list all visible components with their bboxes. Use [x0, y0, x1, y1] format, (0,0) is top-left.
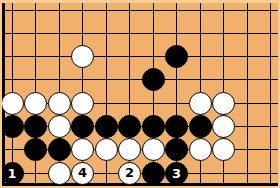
black-stone: [24, 138, 47, 161]
black-stone: [71, 115, 94, 138]
intersection-c3-r1[interactable]: [47, 0, 71, 22]
grid-line-v: [270, 115, 271, 138]
intersection-c8-r6[interactable]: [165, 115, 189, 138]
move-number: 3: [172, 166, 181, 181]
intersection-c4-r1[interactable]: [71, 0, 95, 22]
intersection-c5-r8[interactable]: [94, 162, 118, 185]
grid-line-v: [106, 68, 107, 91]
grid-line-v: [176, 0, 177, 22]
intersection-c5-r7[interactable]: [94, 138, 118, 161]
grid-line-v: [59, 45, 60, 68]
grid-line-v: [82, 22, 83, 45]
black-stone: [165, 115, 188, 138]
intersection-c11-r3[interactable]: [235, 45, 259, 68]
black-stone: [95, 115, 118, 138]
intersection-c8-r2[interactable]: [165, 22, 189, 45]
grid-line-v: [270, 22, 271, 45]
grid-line-v: [82, 0, 83, 22]
grid-line-v: [176, 22, 177, 45]
intersection-c5-r2[interactable]: [94, 22, 118, 45]
grid-line-v: [59, 68, 60, 91]
grid-line-v: [247, 92, 248, 115]
move-number: 4: [78, 165, 87, 180]
grid-line-v: [270, 138, 271, 161]
grid-line-v: [12, 138, 13, 161]
grid-line-v: [35, 68, 36, 91]
intersection-c7-r6[interactable]: [141, 115, 165, 138]
grid-line-v: [200, 22, 201, 45]
intersection-c12-r3[interactable]: [259, 45, 280, 68]
intersection-c10-r6[interactable]: [212, 115, 236, 138]
intersection-c3-r6[interactable]: [47, 115, 71, 138]
grid-line-v: [35, 0, 36, 22]
intersection-c10-r5[interactable]: [212, 92, 236, 115]
intersection-c12-r7[interactable]: [259, 138, 280, 161]
grid-line-v: [223, 0, 224, 22]
grid-line-v: [129, 22, 130, 45]
intersection-c6-r7[interactable]: [118, 138, 142, 161]
grid-line-v: [106, 92, 107, 115]
intersection-c5-r5[interactable]: [94, 92, 118, 115]
intersection-c7-r3[interactable]: [141, 45, 165, 68]
intersection-c7-r4[interactable]: [141, 68, 165, 91]
white-stone: [212, 138, 235, 161]
intersection-c7-r8[interactable]: [141, 162, 165, 185]
intersection-c2-r1[interactable]: [24, 0, 48, 22]
go-grid: 1423: [0, 0, 280, 185]
black-stone: [48, 138, 71, 161]
intersection-c3-r5[interactable]: [47, 92, 71, 115]
white-stone: [48, 162, 71, 185]
black-stone: [24, 115, 47, 138]
grid-line-v: [153, 45, 154, 68]
intersection-c9-r7[interactable]: [188, 138, 212, 161]
intersection-c1-r8[interactable]: 1: [0, 162, 24, 185]
grid-line-v: [247, 115, 248, 138]
intersection-c2-r7[interactable]: [24, 138, 48, 161]
intersection-c4-r2[interactable]: [71, 22, 95, 45]
grid-line-v: [153, 0, 154, 22]
intersection-c9-r3[interactable]: [188, 45, 212, 68]
grid-line-v: [200, 0, 201, 22]
black-stone: [142, 162, 165, 185]
grid-line-v: [270, 68, 271, 91]
intersection-c5-r6[interactable]: [94, 115, 118, 138]
black-stone: [189, 115, 212, 138]
grid-line-v: [129, 0, 130, 22]
grid-line-v: [12, 68, 13, 91]
intersection-c9-r2[interactable]: [188, 22, 212, 45]
grid-line-v: [247, 162, 248, 185]
intersection-c4-r3[interactable]: [71, 45, 95, 68]
white-stone: [24, 92, 47, 115]
intersection-c6-r8[interactable]: 2: [118, 162, 142, 185]
intersection-c12-r6[interactable]: [259, 115, 280, 138]
image-bevel-top: [0, 0, 280, 3]
white-stone: [189, 138, 212, 161]
intersection-c8-r5[interactable]: [165, 92, 189, 115]
intersection-c9-r5[interactable]: [188, 92, 212, 115]
image-bevel-bottom: [0, 186, 280, 188]
black-stone: [118, 115, 141, 138]
grid-line-v: [223, 22, 224, 45]
intersection-c12-r5[interactable]: [259, 92, 280, 115]
intersection-c4-r8[interactable]: 4: [71, 162, 95, 185]
intersection-c2-r2[interactable]: [24, 22, 48, 45]
white-stone-move-4: 4: [71, 162, 94, 185]
intersection-c11-r5[interactable]: [235, 92, 259, 115]
grid-line-v: [153, 22, 154, 45]
white-stone-move-2: 2: [118, 162, 141, 185]
intersection-c2-r3[interactable]: [24, 45, 48, 68]
white-stone: [142, 138, 165, 161]
intersection-c11-r6[interactable]: [235, 115, 259, 138]
grid-line-v: [223, 68, 224, 91]
intersection-c2-r4[interactable]: [24, 68, 48, 91]
move-number: 1: [7, 166, 16, 181]
grid-line-v: [223, 162, 224, 185]
white-stone: [95, 138, 118, 161]
intersection-c9-r1[interactable]: [188, 0, 212, 22]
intersection-c11-r1[interactable]: [235, 0, 259, 22]
intersection-c7-r2[interactable]: [141, 22, 165, 45]
intersection-c9-r8[interactable]: [188, 162, 212, 185]
grid-line-v: [200, 45, 201, 68]
intersection-c2-r5[interactable]: [24, 92, 48, 115]
white-stone: [212, 92, 235, 115]
grid-line-v: [247, 0, 248, 22]
grid-line-v: [129, 92, 130, 115]
intersection-c6-r4[interactable]: [118, 68, 142, 91]
grid-line-v: [35, 162, 36, 185]
intersection-c9-r4[interactable]: [188, 68, 212, 91]
black-stone: [142, 115, 165, 138]
black-stone: [1, 115, 24, 138]
black-stone-move-3: 3: [165, 162, 188, 185]
intersection-c4-r6[interactable]: [71, 115, 95, 138]
grid-line-v: [106, 22, 107, 45]
intersection-c12-r8[interactable]: [259, 162, 280, 185]
intersection-c7-r7[interactable]: [141, 138, 165, 161]
intersection-c4-r4[interactable]: [71, 68, 95, 91]
grid-line-v: [106, 162, 107, 185]
intersection-c11-r8[interactable]: [235, 162, 259, 185]
grid-line-v: [200, 68, 201, 91]
intersection-c3-r7[interactable]: [47, 138, 71, 161]
white-stone: [48, 115, 71, 138]
intersection-c1-r5[interactable]: [0, 92, 24, 115]
intersection-c6-r2[interactable]: [118, 22, 142, 45]
intersection-c5-r3[interactable]: [94, 45, 118, 68]
grid-line-v: [59, 0, 60, 22]
grid-line-v: [35, 22, 36, 45]
go-board-diagram: 1423: [0, 0, 280, 188]
intersection-c6-r1[interactable]: [118, 0, 142, 22]
grid-line-v: [247, 22, 248, 45]
intersection-c8-r4[interactable]: [165, 68, 189, 91]
intersection-c1-r6[interactable]: [0, 115, 24, 138]
grid-line-v: [270, 162, 271, 185]
intersection-c8-r1[interactable]: [165, 0, 189, 22]
intersection-c6-r5[interactable]: [118, 92, 142, 115]
intersection-c4-r7[interactable]: [71, 138, 95, 161]
white-stone: [118, 138, 141, 161]
intersection-c10-r1[interactable]: [212, 0, 236, 22]
white-stone: [71, 138, 94, 161]
white-stone: [189, 92, 212, 115]
grid-line-v: [82, 68, 83, 91]
grid-line-v: [247, 45, 248, 68]
grid-line-v: [176, 68, 177, 91]
intersection-c10-r2[interactable]: [212, 22, 236, 45]
grid-line-v: [270, 0, 271, 22]
grid-line-v: [35, 45, 36, 68]
black-stone: [142, 68, 165, 91]
white-stone: [48, 92, 71, 115]
intersection-c11-r4[interactable]: [235, 68, 259, 91]
grid-line-v: [106, 45, 107, 68]
intersection-c10-r4[interactable]: [212, 68, 236, 91]
black-stone-move-1: 1: [1, 162, 24, 185]
grid-line-v: [223, 45, 224, 68]
grid-line-v: [247, 68, 248, 91]
black-stone: [165, 45, 188, 68]
intersection-c9-r6[interactable]: [188, 115, 212, 138]
intersection-c7-r1[interactable]: [141, 0, 165, 22]
grid-line-v: [200, 162, 201, 185]
grid-line-v: [153, 92, 154, 115]
intersection-c10-r7[interactable]: [212, 138, 236, 161]
intersection-c8-r8[interactable]: 3: [165, 162, 189, 185]
intersection-c3-r8[interactable]: [47, 162, 71, 185]
intersection-c3-r4[interactable]: [47, 68, 71, 91]
grid-line-v: [12, 22, 13, 45]
intersection-c12-r4[interactable]: [259, 68, 280, 91]
move-number: 2: [125, 165, 134, 180]
intersection-c11-r2[interactable]: [235, 22, 259, 45]
intersection-c3-r2[interactable]: [47, 22, 71, 45]
white-stone: [1, 92, 24, 115]
white-stone: [212, 115, 235, 138]
intersection-c7-r5[interactable]: [141, 92, 165, 115]
black-stone: [165, 138, 188, 161]
intersection-c2-r6[interactable]: [24, 115, 48, 138]
intersection-c6-r3[interactable]: [118, 45, 142, 68]
intersection-c10-r3[interactable]: [212, 45, 236, 68]
intersection-c12-r2[interactable]: [259, 22, 280, 45]
grid-line-v: [270, 92, 271, 115]
intersection-c12-r1[interactable]: [259, 0, 280, 22]
intersection-c3-r3[interactable]: [47, 45, 71, 68]
intersection-c5-r1[interactable]: [94, 0, 118, 22]
grid-line-v: [59, 22, 60, 45]
intersection-c10-r8[interactable]: [212, 162, 236, 185]
white-stone: [71, 45, 94, 68]
intersection-c6-r6[interactable]: [118, 115, 142, 138]
grid-line-v: [129, 45, 130, 68]
intersection-c4-r5[interactable]: [71, 92, 95, 115]
intersection-c8-r7[interactable]: [165, 138, 189, 161]
image-bevel-right: [278, 0, 280, 188]
intersection-c5-r4[interactable]: [94, 68, 118, 91]
intersection-c11-r7[interactable]: [235, 138, 259, 161]
intersection-c2-r8[interactable]: [24, 162, 48, 185]
grid-line-v: [270, 45, 271, 68]
grid-line-v: [12, 45, 13, 68]
image-bevel-left: [0, 0, 2, 188]
grid-line-v: [247, 138, 248, 161]
grid-line-v: [129, 68, 130, 91]
grid-line-v: [12, 0, 13, 22]
white-stone: [71, 92, 94, 115]
intersection-c8-r3[interactable]: [165, 45, 189, 68]
grid-line-v: [106, 0, 107, 22]
grid-line-v: [176, 92, 177, 115]
